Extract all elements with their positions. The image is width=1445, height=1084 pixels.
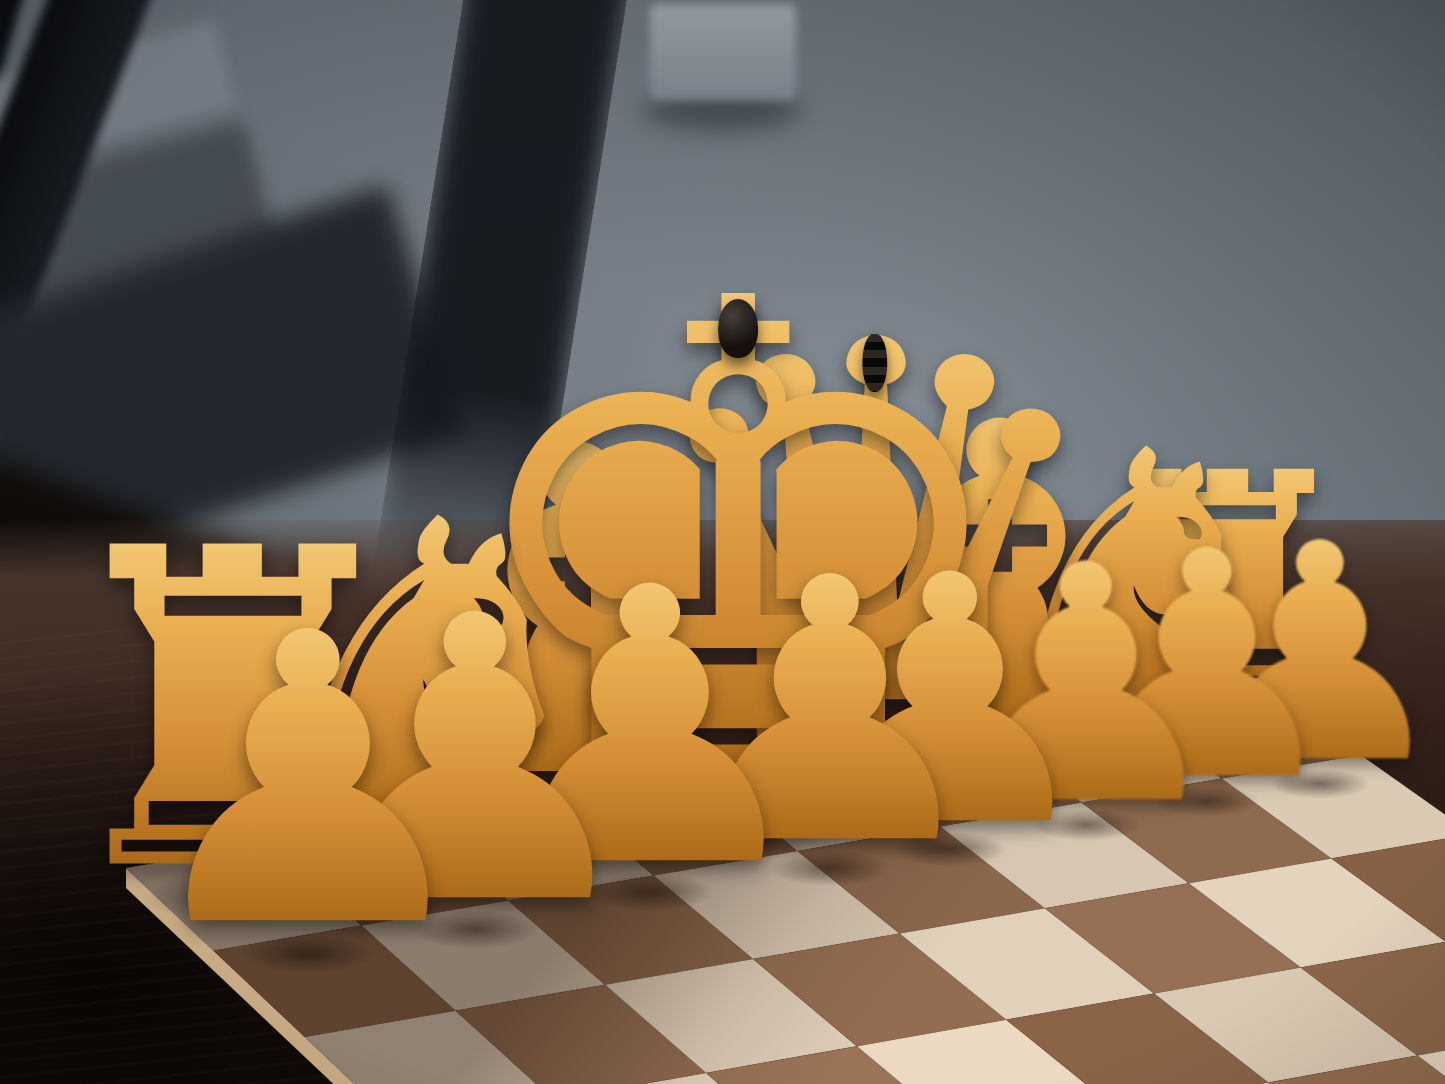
piece-white-pawn-h2: ♟ [129, 582, 488, 982]
king-black-finial [718, 299, 758, 358]
pieces-layer: ♜♞♝♟♛♟♝♟♚♟♞♟♟♜♟♟ [0, 0, 1445, 1084]
pawn-glyph: ♟ [129, 582, 488, 982]
photo-scene: Antique-reproduction chess set photograp… [0, 0, 1445, 1084]
